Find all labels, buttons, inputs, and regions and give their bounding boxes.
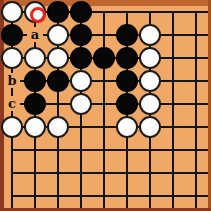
stone-white[interactable] [139, 47, 161, 69]
grid-line-horizontal [11, 172, 211, 174]
stone-white[interactable] [47, 24, 69, 46]
stone-white[interactable] [70, 70, 92, 92]
stone-white[interactable] [1, 116, 23, 138]
grid-line-vertical [103, 11, 105, 211]
point-label-b[interactable]: b [4, 73, 20, 88]
stone-black[interactable] [1, 24, 23, 46]
stone-black[interactable] [116, 70, 138, 92]
stone-white[interactable] [139, 70, 161, 92]
stone-black[interactable] [70, 24, 92, 46]
point-label-c[interactable]: c [4, 96, 20, 111]
go-diagram: abc [0, 0, 211, 211]
board-frame-right [208, 0, 211, 211]
grid-line-vertical [195, 11, 197, 211]
stone-white[interactable] [24, 47, 46, 69]
stone-black[interactable] [70, 1, 92, 23]
point-label-a[interactable]: a [27, 27, 43, 42]
stone-white[interactable] [1, 47, 23, 69]
stone-white[interactable] [139, 24, 161, 46]
grid-line-horizontal [11, 195, 211, 197]
stone-white[interactable] [47, 116, 69, 138]
stone-black[interactable] [24, 70, 46, 92]
grid-line-horizontal [11, 149, 211, 151]
grid-line-vertical [172, 11, 174, 211]
stone-white[interactable] [116, 116, 138, 138]
board-frame-bottom [0, 208, 211, 211]
stone-white[interactable] [70, 93, 92, 115]
stone-white[interactable] [139, 116, 161, 138]
stone-white[interactable] [47, 47, 69, 69]
stone-white[interactable] [1, 1, 23, 23]
red-circle-marker-icon [30, 7, 46, 23]
stone-black[interactable] [70, 47, 92, 69]
stone-black[interactable] [47, 70, 69, 92]
stone-black[interactable] [116, 47, 138, 69]
stone-black[interactable] [93, 47, 115, 69]
stone-white[interactable] [139, 93, 161, 115]
go-board[interactable]: abc [0, 0, 211, 211]
stone-black[interactable] [116, 24, 138, 46]
stone-black[interactable] [47, 1, 69, 23]
stone-black[interactable] [116, 93, 138, 115]
stone-white-marked[interactable] [24, 1, 46, 23]
stone-black[interactable] [24, 93, 46, 115]
stone-white[interactable] [24, 116, 46, 138]
